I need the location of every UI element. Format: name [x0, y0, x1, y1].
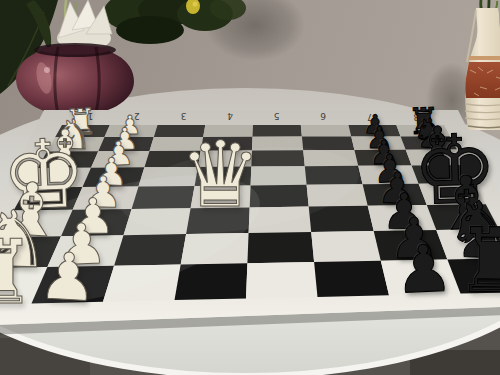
- square-b8: [401, 136, 457, 150]
- rank-label-7: 7: [367, 112, 373, 122]
- square-b3: [150, 137, 204, 151]
- square-b2: [98, 137, 154, 151]
- square-d8: [412, 165, 475, 184]
- square-g6: [311, 231, 381, 262]
- tan-band: [468, 56, 500, 60]
- square-a6: [301, 125, 351, 137]
- square-a1: [55, 125, 110, 137]
- square-d7: [358, 165, 418, 184]
- square-a4: [203, 125, 253, 137]
- square-h5: [246, 262, 318, 299]
- rank-label-5: 5: [274, 111, 280, 121]
- square-c1: [38, 151, 99, 168]
- rank-label-2: 2: [134, 111, 140, 121]
- square-a7: [349, 125, 401, 137]
- square-a8: [396, 125, 450, 136]
- vase-rim-inner: [41, 46, 109, 55]
- vase-specular-dot: [44, 67, 50, 73]
- square-a5: [253, 125, 302, 137]
- foliage: [116, 16, 184, 44]
- square-b4: [201, 137, 253, 151]
- yellow-bud-highlight: [193, 2, 198, 7]
- square-c7: [354, 150, 411, 166]
- square-g8: [436, 229, 500, 259]
- square-c8: [406, 150, 465, 166]
- square-d1: [27, 168, 92, 188]
- square-a3: [154, 125, 206, 137]
- square-e7: [363, 184, 427, 206]
- rank-label-8: 8: [413, 112, 419, 122]
- square-g5: [247, 232, 314, 263]
- square-b7: [351, 136, 406, 150]
- chess-set-photo: 12345678 ♜♟♟♜♞♟♟♞♝♟♟♝♟♟♚♟♛♟♚♝♟♟♝♞♟♟♞♜♟♟♜: [0, 0, 500, 375]
- square-b1: [47, 137, 105, 151]
- square-g7: [374, 230, 448, 261]
- red-crackle-band: [465, 62, 500, 98]
- chess-board: [0, 110, 500, 331]
- rank-label-3: 3: [181, 111, 187, 121]
- square-a2: [105, 125, 158, 137]
- square-c2: [91, 151, 150, 168]
- square-f7: [368, 205, 437, 231]
- rank-label-1: 1: [88, 111, 94, 121]
- square-h7: [381, 259, 461, 295]
- rank-label-6: 6: [320, 111, 326, 121]
- square-h6: [314, 261, 389, 297]
- rank-label-4: 4: [227, 111, 233, 121]
- square-b6: [302, 137, 355, 151]
- square-e8: [419, 183, 486, 205]
- scene: 12345678: [0, 0, 500, 375]
